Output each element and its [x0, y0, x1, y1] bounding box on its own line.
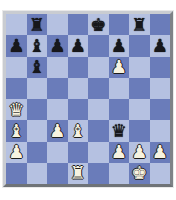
- square-b6[interactable]: ♝: [27, 57, 48, 78]
- piece-black-king[interactable]: ♚: [90, 16, 106, 34]
- square-c5[interactable]: [47, 78, 68, 99]
- square-a6[interactable]: [6, 57, 27, 78]
- square-g6[interactable]: [129, 57, 150, 78]
- piece-black-pawn[interactable]: ♟: [8, 37, 24, 55]
- square-f4[interactable]: [109, 99, 130, 120]
- square-c4[interactable]: [47, 99, 68, 120]
- square-f2[interactable]: ♟: [109, 142, 130, 163]
- square-f5[interactable]: [109, 78, 130, 99]
- square-h3[interactable]: [150, 120, 171, 141]
- square-c3[interactable]: ♟: [47, 120, 68, 141]
- piece-white-bishop[interactable]: ♝: [8, 122, 24, 140]
- square-b2[interactable]: [27, 142, 48, 163]
- square-d8[interactable]: [68, 14, 89, 35]
- square-e7[interactable]: [88, 35, 109, 56]
- piece-black-bishop[interactable]: ♝: [29, 37, 45, 55]
- square-h5[interactable]: [150, 78, 171, 99]
- square-f1[interactable]: [109, 163, 130, 184]
- piece-black-pawn[interactable]: ♟: [70, 37, 86, 55]
- piece-white-pawn[interactable]: ♟: [131, 143, 147, 161]
- square-d7[interactable]: ♟: [68, 35, 89, 56]
- square-a3[interactable]: ♝: [6, 120, 27, 141]
- square-a2[interactable]: ♟: [6, 142, 27, 163]
- square-e2[interactable]: [88, 142, 109, 163]
- square-f6[interactable]: ♟: [109, 57, 130, 78]
- piece-black-queen[interactable]: ♛: [111, 122, 127, 140]
- square-g5[interactable]: [129, 78, 150, 99]
- square-a8[interactable]: [6, 14, 27, 35]
- piece-black-rook[interactable]: ♜: [29, 16, 45, 34]
- piece-white-pawn[interactable]: ♟: [111, 58, 127, 76]
- piece-white-rook[interactable]: ♜: [70, 164, 86, 182]
- square-c2[interactable]: [47, 142, 68, 163]
- square-g1[interactable]: ♚: [129, 163, 150, 184]
- square-g7[interactable]: [129, 35, 150, 56]
- square-b5[interactable]: [27, 78, 48, 99]
- square-h1[interactable]: [150, 163, 171, 184]
- square-d2[interactable]: [68, 142, 89, 163]
- square-b3[interactable]: [27, 120, 48, 141]
- square-d5[interactable]: [68, 78, 89, 99]
- chess-board: ♜♚♜♟♝♟♟♟♟♝♟♛♝♟♝♛♟♟♟♟♜♚: [6, 14, 170, 184]
- square-h6[interactable]: [150, 57, 171, 78]
- square-h8[interactable]: [150, 14, 171, 35]
- square-b8[interactable]: ♜: [27, 14, 48, 35]
- square-g8[interactable]: ♜: [129, 14, 150, 35]
- square-a5[interactable]: [6, 78, 27, 99]
- piece-black-pawn[interactable]: ♟: [152, 37, 168, 55]
- piece-white-pawn[interactable]: ♟: [8, 143, 24, 161]
- square-h7[interactable]: ♟: [150, 35, 171, 56]
- square-e5[interactable]: [88, 78, 109, 99]
- square-g2[interactable]: ♟: [129, 142, 150, 163]
- square-a1[interactable]: [6, 163, 27, 184]
- piece-white-pawn[interactable]: ♟: [111, 143, 127, 161]
- square-b7[interactable]: ♝: [27, 35, 48, 56]
- square-c8[interactable]: [47, 14, 68, 35]
- square-g4[interactable]: [129, 99, 150, 120]
- square-f7[interactable]: ♟: [109, 35, 130, 56]
- piece-white-king[interactable]: ♚: [131, 164, 147, 182]
- square-d1[interactable]: ♜: [68, 163, 89, 184]
- square-d3[interactable]: ♝: [68, 120, 89, 141]
- square-e3[interactable]: [88, 120, 109, 141]
- square-c6[interactable]: [47, 57, 68, 78]
- square-h2[interactable]: ♟: [150, 142, 171, 163]
- square-b4[interactable]: [27, 99, 48, 120]
- square-e4[interactable]: [88, 99, 109, 120]
- piece-black-pawn[interactable]: ♟: [49, 37, 65, 55]
- square-f8[interactable]: [109, 14, 130, 35]
- square-e1[interactable]: [88, 163, 109, 184]
- square-g3[interactable]: [129, 120, 150, 141]
- square-a7[interactable]: ♟: [6, 35, 27, 56]
- piece-black-pawn[interactable]: ♟: [111, 37, 127, 55]
- piece-black-rook[interactable]: ♜: [131, 16, 147, 34]
- square-f3[interactable]: ♛: [109, 120, 130, 141]
- square-h4[interactable]: [150, 99, 171, 120]
- square-e6[interactable]: [88, 57, 109, 78]
- square-e8[interactable]: ♚: [88, 14, 109, 35]
- square-c1[interactable]: [47, 163, 68, 184]
- piece-white-pawn[interactable]: ♟: [152, 143, 168, 161]
- square-b1[interactable]: [27, 163, 48, 184]
- square-a4[interactable]: ♛: [6, 99, 27, 120]
- piece-white-bishop[interactable]: ♝: [70, 122, 86, 140]
- board-frame: ♜♚♜♟♝♟♟♟♟♝♟♛♝♟♝♛♟♟♟♟♜♚: [3, 11, 173, 187]
- square-d6[interactable]: [68, 57, 89, 78]
- piece-white-queen[interactable]: ♛: [8, 101, 24, 119]
- piece-black-bishop[interactable]: ♝: [29, 58, 45, 76]
- square-c7[interactable]: ♟: [47, 35, 68, 56]
- piece-white-pawn[interactable]: ♟: [49, 122, 65, 140]
- square-d4[interactable]: [68, 99, 89, 120]
